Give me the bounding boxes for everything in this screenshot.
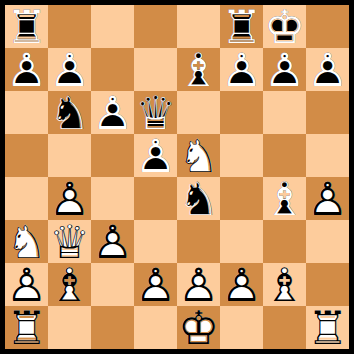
- piece-white-queen-icon[interactable]: ♛♕: [48, 220, 91, 263]
- square-g7[interactable]: ♟♙: [263, 48, 306, 91]
- square-a2[interactable]: ♟♙: [5, 263, 48, 306]
- square-c2[interactable]: [91, 263, 134, 306]
- square-h5[interactable]: [306, 134, 349, 177]
- square-b7[interactable]: ♟♙: [48, 48, 91, 91]
- piece-white-rook-icon[interactable]: ♜♖: [306, 306, 349, 349]
- square-a1[interactable]: ♜♖: [5, 306, 48, 349]
- square-h7[interactable]: ♟♙: [306, 48, 349, 91]
- square-e7[interactable]: ♝♗: [177, 48, 220, 91]
- piece-outline-layer: ♙: [5, 48, 48, 91]
- piece-outline-layer: ♗: [48, 263, 91, 306]
- piece-outline-layer: ♗: [263, 263, 306, 306]
- square-a4[interactable]: [5, 177, 48, 220]
- square-h1[interactable]: ♜♖: [306, 306, 349, 349]
- square-h4[interactable]: ♟♙: [306, 177, 349, 220]
- square-d8[interactable]: [134, 5, 177, 48]
- piece-outline-layer: ♘: [177, 134, 220, 177]
- chess-board: ♜♖♜♖♚♔♟♙♟♙♝♗♟♙♟♙♟♙♞♘♟♙♛♕♟♙♞♘♟♙♞♘♝♗♟♙♞♘♛♕…: [0, 0, 354, 354]
- piece-outline-layer: ♙: [306, 177, 349, 220]
- piece-outline-layer: ♙: [134, 134, 177, 177]
- piece-black-bishop-icon[interactable]: ♝♗: [177, 48, 220, 91]
- square-b3[interactable]: ♛♕: [48, 220, 91, 263]
- square-b6[interactable]: ♞♘: [48, 91, 91, 134]
- square-e4[interactable]: ♞♘: [177, 177, 220, 220]
- piece-white-pawn-icon[interactable]: ♟♙: [91, 220, 134, 263]
- piece-black-bishop-icon[interactable]: ♝♗: [263, 177, 306, 220]
- square-h2[interactable]: [306, 263, 349, 306]
- square-g5[interactable]: [263, 134, 306, 177]
- square-f7[interactable]: ♟♙: [220, 48, 263, 91]
- piece-outline-layer: ♙: [263, 48, 306, 91]
- piece-outline-layer: ♖: [5, 306, 48, 349]
- piece-white-rook-icon[interactable]: ♜♖: [5, 306, 48, 349]
- square-f8[interactable]: ♜♖: [220, 5, 263, 48]
- piece-black-knight-icon[interactable]: ♞♘: [177, 177, 220, 220]
- piece-black-pawn-icon[interactable]: ♟♙: [220, 48, 263, 91]
- piece-outline-layer: ♙: [48, 177, 91, 220]
- square-a6[interactable]: [5, 91, 48, 134]
- piece-white-king-icon[interactable]: ♚♔: [177, 306, 220, 349]
- square-d5[interactable]: ♟♙: [134, 134, 177, 177]
- square-h8[interactable]: [306, 5, 349, 48]
- piece-outline-layer: ♔: [177, 306, 220, 349]
- square-e3[interactable]: [177, 220, 220, 263]
- square-e2[interactable]: ♟♙: [177, 263, 220, 306]
- square-e8[interactable]: [177, 5, 220, 48]
- piece-black-king-icon[interactable]: ♚♔: [263, 5, 306, 48]
- piece-white-pawn-icon[interactable]: ♟♙: [48, 177, 91, 220]
- square-d6[interactable]: ♛♕: [134, 91, 177, 134]
- piece-white-pawn-icon[interactable]: ♟♙: [5, 263, 48, 306]
- piece-white-bishop-icon[interactable]: ♝♗: [48, 263, 91, 306]
- square-g4[interactable]: ♝♗: [263, 177, 306, 220]
- square-b5[interactable]: [48, 134, 91, 177]
- piece-outline-layer: ♙: [5, 263, 48, 306]
- piece-outline-layer: ♘: [48, 91, 91, 134]
- square-b4[interactable]: ♟♙: [48, 177, 91, 220]
- piece-white-knight-icon[interactable]: ♞♘: [177, 134, 220, 177]
- square-d3[interactable]: [134, 220, 177, 263]
- piece-outline-layer: ♖: [306, 306, 349, 349]
- piece-outline-layer: ♕: [48, 220, 91, 263]
- piece-outline-layer: ♘: [5, 220, 48, 263]
- square-c3[interactable]: ♟♙: [91, 220, 134, 263]
- square-h6[interactable]: [306, 91, 349, 134]
- square-e1[interactable]: ♚♔: [177, 306, 220, 349]
- piece-outline-layer: ♖: [5, 5, 48, 48]
- square-g6[interactable]: [263, 91, 306, 134]
- square-c5[interactable]: [91, 134, 134, 177]
- square-a3[interactable]: ♞♘: [5, 220, 48, 263]
- square-c8[interactable]: [91, 5, 134, 48]
- square-a5[interactable]: [5, 134, 48, 177]
- square-a8[interactable]: ♜♖: [5, 5, 48, 48]
- piece-outline-layer: ♘: [177, 177, 220, 220]
- piece-black-pawn-icon[interactable]: ♟♙: [134, 134, 177, 177]
- square-c4[interactable]: [91, 177, 134, 220]
- square-e5[interactable]: ♞♘: [177, 134, 220, 177]
- piece-outline-layer: ♙: [48, 48, 91, 91]
- square-f2[interactable]: ♟♙: [220, 263, 263, 306]
- piece-black-knight-icon[interactable]: ♞♘: [48, 91, 91, 134]
- square-a7[interactable]: ♟♙: [5, 48, 48, 91]
- piece-black-pawn-icon[interactable]: ♟♙: [48, 48, 91, 91]
- piece-white-pawn-icon[interactable]: ♟♙: [220, 263, 263, 306]
- piece-outline-layer: ♙: [91, 91, 134, 134]
- piece-outline-layer: ♖: [220, 5, 263, 48]
- square-d4[interactable]: [134, 177, 177, 220]
- piece-black-pawn-icon[interactable]: ♟♙: [91, 91, 134, 134]
- square-g8[interactable]: ♚♔: [263, 5, 306, 48]
- square-f5[interactable]: [220, 134, 263, 177]
- square-g3[interactable]: [263, 220, 306, 263]
- square-b8[interactable]: [48, 5, 91, 48]
- piece-outline-layer: ♕: [134, 91, 177, 134]
- piece-outline-layer: ♗: [263, 177, 306, 220]
- square-f3[interactable]: [220, 220, 263, 263]
- square-c7[interactable]: [91, 48, 134, 91]
- square-d7[interactable]: [134, 48, 177, 91]
- piece-outline-layer: ♗: [177, 48, 220, 91]
- square-b2[interactable]: ♝♗: [48, 263, 91, 306]
- piece-white-pawn-icon[interactable]: ♟♙: [134, 263, 177, 306]
- square-b1[interactable]: [48, 306, 91, 349]
- square-f4[interactable]: [220, 177, 263, 220]
- piece-outline-layer: ♙: [177, 263, 220, 306]
- piece-white-pawn-icon[interactable]: ♟♙: [306, 177, 349, 220]
- square-c6[interactable]: ♟♙: [91, 91, 134, 134]
- piece-black-rook-icon[interactable]: ♜♖: [220, 5, 263, 48]
- piece-outline-layer: ♙: [134, 263, 177, 306]
- square-e6[interactable]: [177, 91, 220, 134]
- square-c1[interactable]: [91, 306, 134, 349]
- piece-black-pawn-icon[interactable]: ♟♙: [306, 48, 349, 91]
- piece-black-rook-icon[interactable]: ♜♖: [5, 5, 48, 48]
- piece-outline-layer: ♙: [306, 48, 349, 91]
- piece-black-pawn-icon[interactable]: ♟♙: [263, 48, 306, 91]
- piece-black-pawn-icon[interactable]: ♟♙: [5, 48, 48, 91]
- square-g2[interactable]: ♝♗: [263, 263, 306, 306]
- square-f6[interactable]: [220, 91, 263, 134]
- square-g1[interactable]: [263, 306, 306, 349]
- piece-white-pawn-icon[interactable]: ♟♙: [177, 263, 220, 306]
- piece-outline-layer: ♔: [263, 5, 306, 48]
- piece-white-knight-icon[interactable]: ♞♘: [5, 220, 48, 263]
- piece-outline-layer: ♙: [220, 263, 263, 306]
- piece-white-bishop-icon[interactable]: ♝♗: [263, 263, 306, 306]
- piece-outline-layer: ♙: [91, 220, 134, 263]
- square-f1[interactable]: [220, 306, 263, 349]
- piece-outline-layer: ♙: [220, 48, 263, 91]
- square-d1[interactable]: [134, 306, 177, 349]
- square-h3[interactable]: [306, 220, 349, 263]
- square-d2[interactable]: ♟♙: [134, 263, 177, 306]
- piece-black-queen-icon[interactable]: ♛♕: [134, 91, 177, 134]
